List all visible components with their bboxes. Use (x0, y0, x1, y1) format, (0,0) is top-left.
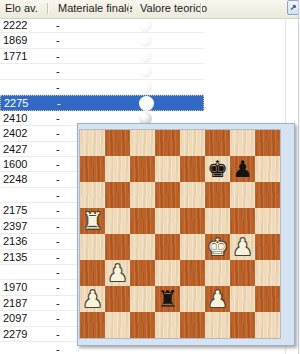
materiale-cell: - (56, 158, 60, 171)
square-g5 (230, 208, 255, 234)
square-g6 (230, 182, 255, 208)
square-e5 (180, 208, 205, 234)
elo-cell: 2175 (3, 204, 27, 217)
square-c1 (130, 312, 155, 338)
header-separator (128, 3, 129, 14)
table-row[interactable]: - (0, 64, 204, 79)
square-d3 (155, 260, 180, 286)
white-pawn: ♟ (207, 286, 228, 312)
square-b3: ♟ (105, 260, 130, 286)
square-h2 (255, 286, 280, 312)
square-e2 (180, 286, 205, 312)
column-header-valore[interactable]: Valore teorico (140, 0, 207, 18)
materiale-cell: - (56, 34, 60, 47)
materiale-cell: - (56, 266, 60, 279)
elo-cell: 2275 (4, 97, 28, 110)
square-a3 (80, 260, 105, 286)
square-d4 (155, 234, 180, 260)
statistics-window: Elo av. Materiale finale Valore teorico … (0, 0, 300, 354)
elo-cell: 2402 (3, 127, 27, 140)
elo-cell: 1600 (3, 158, 27, 171)
black-pawn: ♟ (232, 156, 253, 182)
square-h5 (255, 208, 280, 234)
valore-teorico-ball-icon (139, 34, 152, 47)
materiale-cell: - (56, 19, 60, 32)
elo-cell: 2279 (3, 328, 27, 341)
square-e4 (180, 234, 205, 260)
materiale-cell: - (56, 251, 60, 264)
table-row-selected[interactable]: 2275- (0, 95, 204, 110)
square-b2 (105, 286, 130, 312)
elo-cell: 2135 (3, 251, 27, 264)
table-row[interactable]: 1771- (0, 49, 204, 64)
square-f1 (205, 312, 230, 338)
square-a2: ♟ (80, 286, 105, 312)
materiale-cell: - (56, 204, 60, 217)
elo-cell: 2187 (3, 297, 27, 310)
square-f6 (205, 182, 230, 208)
materiale-cell: - (56, 328, 60, 341)
materiale-cell: - (56, 81, 60, 94)
square-h7 (255, 156, 280, 182)
table-row[interactable]: - (0, 80, 204, 95)
square-c7 (130, 156, 155, 182)
elo-cell: 2397 (3, 220, 27, 233)
square-f4: ♚ (205, 234, 230, 260)
materiale-cell: - (56, 127, 60, 140)
square-f2: ♟ (205, 286, 230, 312)
square-c4 (130, 234, 155, 260)
square-e1 (180, 312, 205, 338)
square-h3 (255, 260, 280, 286)
square-f3 (205, 260, 230, 286)
square-b5 (105, 208, 130, 234)
square-d8 (155, 130, 180, 156)
header-separator (200, 3, 201, 14)
materiale-cell: - (56, 143, 60, 156)
column-header-materiale[interactable]: Materiale finale (58, 0, 133, 18)
square-g7: ♟ (230, 156, 255, 182)
square-d5 (155, 208, 180, 234)
black-rook: ♜ (157, 286, 178, 312)
materiale-cell: - (56, 112, 60, 125)
square-g4: ♟ (230, 234, 255, 260)
square-h1 (255, 312, 280, 338)
materiale-cell: - (56, 189, 60, 202)
materiale-cell: - (56, 50, 60, 63)
white-king: ♚ (207, 234, 228, 260)
square-c3 (130, 260, 155, 286)
materiale-cell: - (56, 343, 60, 354)
square-a6 (80, 182, 105, 208)
materiale-cell: - (57, 97, 61, 110)
square-f5 (205, 208, 230, 234)
square-h4 (255, 234, 280, 260)
table-row[interactable]: 2222- (0, 18, 204, 33)
white-pawn: ♟ (82, 286, 103, 312)
header-separator (47, 3, 48, 14)
valore-teorico-ball-icon (139, 81, 152, 94)
square-b1 (105, 312, 130, 338)
materiale-cell: - (56, 65, 60, 78)
square-e6 (180, 182, 205, 208)
square-d2: ♜ (155, 286, 180, 312)
materiale-cell: - (56, 297, 60, 310)
square-e3 (180, 260, 205, 286)
square-b7 (105, 156, 130, 182)
square-d6 (155, 182, 180, 208)
square-b6 (105, 182, 130, 208)
elo-cell: 2248 (3, 173, 27, 186)
white-rook: ♜ (82, 208, 103, 234)
square-b8 (105, 130, 130, 156)
column-header-elo[interactable]: Elo av. (5, 0, 38, 18)
elo-cell: 1869 (3, 34, 27, 47)
square-g2 (230, 286, 255, 312)
table-row[interactable]: 1869- (0, 33, 204, 48)
square-c2 (130, 286, 155, 312)
square-c5 (130, 208, 155, 234)
black-king: ♚ (207, 156, 228, 182)
elo-cell: 2097 (3, 312, 27, 325)
valore-teorico-ball-icon (139, 65, 152, 78)
square-c6 (130, 182, 155, 208)
square-g3 (230, 260, 255, 286)
materiale-cell: - (56, 312, 60, 325)
elo-cell: 2427 (3, 143, 27, 156)
materiale-cell: - (56, 281, 60, 294)
elo-cell: 2136 (3, 235, 27, 248)
square-c8 (130, 130, 155, 156)
white-pawn: ♟ (107, 260, 128, 286)
square-f7: ♚ (205, 156, 230, 182)
valore-teorico-ball-icon (139, 19, 152, 32)
white-pawn: ♟ (232, 234, 253, 260)
chess-board: ♚♟♜♚♟♟♟♜♟ (80, 130, 280, 338)
table-header: Elo av. Materiale finale Valore teorico … (0, 0, 300, 19)
square-e7 (180, 156, 205, 182)
square-e8 (180, 130, 205, 156)
square-a4 (80, 234, 105, 260)
square-f8 (205, 130, 230, 156)
materiale-cell: - (56, 220, 60, 233)
materiale-cell: - (56, 173, 60, 186)
square-h6 (255, 182, 280, 208)
elo-cell: 1970 (3, 281, 27, 294)
square-a1 (80, 312, 105, 338)
window-right-border (298, 0, 299, 354)
square-h8 (255, 130, 280, 156)
square-g1 (230, 312, 255, 338)
elo-cell: 2222 (3, 19, 27, 32)
square-d1 (155, 312, 180, 338)
square-d7 (155, 156, 180, 182)
square-a8 (80, 130, 105, 156)
board-popup: ♚♟♜♚♟♟♟♜♟ (77, 123, 295, 346)
materiale-cell: - (56, 235, 60, 248)
square-a7 (80, 156, 105, 182)
square-b4 (105, 234, 130, 260)
valore-teorico-ball-icon (139, 96, 154, 111)
elo-cell: 1771 (3, 50, 27, 63)
arrow-up-right-icon: ↗ (290, 3, 297, 12)
square-g8 (230, 130, 255, 156)
valore-teorico-ball-icon (139, 50, 152, 63)
square-a5: ♜ (80, 208, 105, 234)
elo-cell: 2410 (3, 112, 27, 125)
